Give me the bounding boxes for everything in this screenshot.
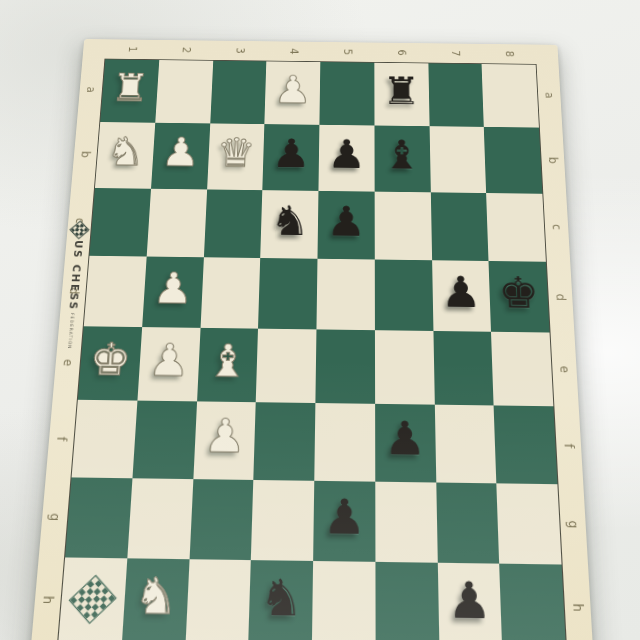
square-c4[interactable]: ♞: [260, 190, 318, 259]
square-f6[interactable]: ♟: [375, 404, 436, 482]
square-d2[interactable]: ♟: [142, 256, 204, 328]
piece-black-pawn: ♟: [326, 200, 366, 242]
piece-white-rook: ♜: [110, 69, 151, 107]
playing-area: ♜♟♜♞♟♛♟♟♝♞♟♟♟♚♚♟♝♟♟♟♞♞♟: [57, 59, 567, 640]
uschess-corner-emblem: [76, 578, 111, 620]
square-f5[interactable]: [314, 403, 375, 481]
piece-white-pawn: ♟: [203, 413, 247, 460]
square-d1[interactable]: [84, 256, 147, 328]
square-h5[interactable]: [312, 561, 375, 640]
square-d7[interactable]: ♟: [432, 260, 492, 332]
square-e7[interactable]: [433, 331, 494, 406]
uschess-corner-emblem-diamond: [69, 575, 117, 624]
photo-scene: 12345678 12345678 abcdefgh abcdefgh US C…: [0, 0, 640, 640]
square-a4[interactable]: ♟: [265, 61, 321, 125]
square-g4[interactable]: [251, 479, 314, 560]
square-f7[interactable]: [434, 405, 496, 483]
square-c8[interactable]: [486, 193, 546, 262]
square-f4[interactable]: [254, 402, 316, 480]
square-g7[interactable]: [436, 482, 500, 563]
square-f2[interactable]: [132, 401, 196, 479]
square-h7[interactable]: ♟: [437, 562, 502, 640]
uschess-logo-title: US CHESS: [66, 240, 85, 311]
piece-black-pawn: ♟: [327, 135, 366, 175]
chess-board: 12345678 12345678 abcdefgh abcdefgh US C…: [29, 39, 595, 640]
piece-black-pawn: ♟: [440, 270, 482, 313]
square-e8[interactable]: [491, 332, 553, 407]
piece-black-pawn: ♟: [323, 492, 366, 541]
square-b4[interactable]: ♟: [263, 124, 320, 190]
square-a5[interactable]: [319, 62, 374, 126]
piece-white-pawn: ♟: [147, 338, 191, 383]
square-a8[interactable]: [482, 64, 539, 128]
square-h8[interactable]: [499, 563, 566, 640]
square-g3[interactable]: [189, 479, 254, 560]
piece-white-pawn: ♟: [273, 71, 312, 109]
square-a1[interactable]: ♜: [100, 59, 159, 123]
square-c3[interactable]: [203, 189, 262, 258]
piece-black-king: ♚: [498, 271, 540, 314]
square-d5[interactable]: [316, 259, 374, 331]
piece-white-knight: ♞: [105, 132, 147, 172]
square-d8[interactable]: ♚: [489, 261, 550, 333]
square-h1[interactable]: [58, 557, 127, 640]
square-f8[interactable]: [494, 406, 558, 484]
square-b3[interactable]: ♛: [207, 124, 265, 190]
uschess-logo-icon: [69, 220, 89, 239]
piece-black-rook: ♜: [382, 72, 421, 110]
square-e3[interactable]: ♝: [197, 328, 259, 403]
square-c5[interactable]: ♟: [317, 190, 374, 259]
square-b1[interactable]: ♞: [95, 122, 155, 188]
square-a3[interactable]: [210, 61, 267, 125]
square-c7[interactable]: [430, 192, 488, 261]
square-a7[interactable]: [428, 63, 484, 127]
square-f3[interactable]: ♟: [193, 402, 256, 480]
square-c6[interactable]: [374, 191, 431, 260]
square-h4[interactable]: ♞: [248, 560, 313, 640]
square-d6[interactable]: [375, 259, 433, 331]
piece-black-knight: ♞: [269, 200, 310, 241]
piece-black-pawn: ♟: [384, 415, 427, 462]
square-f1[interactable]: [72, 400, 138, 478]
square-g5[interactable]: ♟: [313, 480, 375, 561]
square-a2[interactable]: [155, 60, 213, 124]
square-g6[interactable]: [375, 481, 437, 562]
square-h3[interactable]: [185, 559, 251, 640]
square-a6[interactable]: ♜: [374, 63, 429, 127]
square-b6[interactable]: ♝: [374, 126, 430, 192]
piece-white-pawn: ♟: [152, 267, 195, 310]
uschess-logo-subtitle: FEDERATION: [66, 313, 74, 350]
square-e5[interactable]: [315, 329, 374, 404]
square-b5[interactable]: ♟: [318, 125, 374, 191]
piece-black-pawn: ♟: [447, 575, 492, 626]
square-b7[interactable]: [429, 126, 486, 192]
square-h6[interactable]: [375, 562, 439, 640]
square-e1[interactable]: ♚: [78, 326, 142, 401]
piece-white-knight: ♞: [132, 570, 179, 621]
square-e6[interactable]: [375, 330, 435, 405]
square-g8[interactable]: [497, 483, 562, 564]
square-d4[interactable]: [258, 258, 317, 330]
square-g2[interactable]: [127, 478, 193, 559]
square-e4[interactable]: [256, 329, 316, 404]
square-g1[interactable]: [65, 477, 132, 558]
square-b2[interactable]: ♟: [151, 123, 210, 189]
square-c1[interactable]: [89, 188, 150, 257]
square-h2[interactable]: ♞: [122, 558, 189, 640]
piece-black-bishop: ♝: [382, 135, 421, 175]
piece-white-queen: ♛: [216, 133, 256, 173]
square-e2[interactable]: ♟: [137, 327, 200, 402]
piece-white-king: ♚: [88, 337, 132, 382]
square-d3[interactable]: [200, 257, 260, 329]
square-b8[interactable]: [484, 127, 542, 193]
square-c2[interactable]: [146, 188, 206, 257]
piece-white-bishop: ♝: [206, 339, 249, 384]
piece-black-pawn: ♟: [271, 134, 311, 174]
piece-white-pawn: ♟: [160, 132, 201, 172]
piece-black-knight: ♞: [259, 572, 304, 623]
